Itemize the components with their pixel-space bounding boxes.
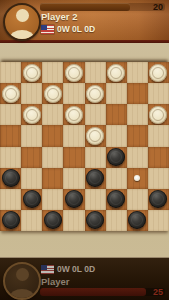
board-square[interactable] [21,83,42,104]
board-square[interactable] [63,168,84,189]
board-square[interactable] [42,83,63,104]
board-square[interactable] [63,125,84,146]
board-square[interactable] [148,83,169,104]
top-timer-value: 20 [153,2,163,12]
board-square[interactable] [85,210,106,231]
white-man[interactable] [23,106,41,124]
white-man[interactable] [44,85,62,103]
board-square[interactable] [85,104,106,125]
board-square[interactable] [148,189,169,210]
board-square[interactable] [85,147,106,168]
bottom-player-record: 0W 0L 0D [57,264,95,274]
top-player-stats: 0W 0L 0D [41,24,95,34]
flag-canton [41,265,47,270]
board-square[interactable] [85,189,106,210]
board-square[interactable] [85,62,106,83]
bottom-timer-bar: 25 [40,288,165,296]
black-man[interactable] [2,211,20,229]
flag-canton [41,25,47,30]
board-square[interactable] [127,210,148,231]
board-square[interactable] [85,83,106,104]
board-square[interactable] [106,83,127,104]
bottom-player-stats: 0W 0L 0D [41,264,95,274]
black-man[interactable] [86,169,104,187]
board-square[interactable] [106,189,127,210]
top-player-panel: 20 Player 2 0W 0L 0D [0,0,169,40]
board-square[interactable] [127,83,148,104]
black-man[interactable] [2,169,20,187]
board-square[interactable] [42,125,63,146]
white-man[interactable] [23,64,41,82]
board-square[interactable] [127,168,148,189]
board-square[interactable] [42,189,63,210]
checkers-board[interactable] [0,62,169,231]
white-man[interactable] [86,85,104,103]
top-timer-fill [40,3,130,11]
bottom-player-name: Player [41,276,70,287]
board-square[interactable] [106,125,127,146]
board-square[interactable] [85,125,106,146]
white-man[interactable] [149,106,167,124]
white-man[interactable] [65,106,83,124]
board-square[interactable] [148,104,169,125]
board-square[interactable] [106,62,127,83]
board-square[interactable] [63,147,84,168]
top-timer-bar: 20 [40,3,165,11]
bottom-timer-fill [40,288,146,296]
black-man[interactable] [128,211,146,229]
black-man[interactable] [23,190,41,208]
us-flag-icon [41,25,54,34]
bottom-player-panel: 0W 0L 0D Player 25 [0,257,169,300]
board-square[interactable] [21,62,42,83]
board-square[interactable] [0,189,21,210]
white-man[interactable] [107,64,125,82]
board-square[interactable] [0,62,21,83]
board-square[interactable] [148,125,169,146]
black-man[interactable] [107,190,125,208]
board-square[interactable] [63,210,84,231]
board-square[interactable] [106,104,127,125]
board-square[interactable] [127,147,148,168]
top-player-avatar[interactable] [3,3,41,41]
bottom-player-avatar[interactable] [3,262,41,300]
board-square[interactable] [42,147,63,168]
white-man[interactable] [149,64,167,82]
board-square[interactable] [42,104,63,125]
person-icon [10,30,34,41]
board-square[interactable] [106,147,127,168]
board-square[interactable] [42,62,63,83]
bottom-timer-value: 25 [153,287,163,297]
board-square[interactable] [148,210,169,231]
board-frame [0,43,169,257]
black-man[interactable] [65,190,83,208]
board-square[interactable] [21,147,42,168]
top-player-name: Player 2 [41,11,77,22]
black-man[interactable] [86,211,104,229]
board-square[interactable] [148,147,169,168]
game-screen: 20 Player 2 0W 0L 0D 0W 0L 0D Player 25 [0,0,169,300]
board-square[interactable] [148,168,169,189]
top-player-record: 0W 0L 0D [57,24,95,34]
board-square[interactable] [0,168,21,189]
board-square[interactable] [63,62,84,83]
board-square[interactable] [127,125,148,146]
board-square[interactable] [21,210,42,231]
black-man[interactable] [44,211,62,229]
board-square[interactable] [148,62,169,83]
person-icon [16,268,29,281]
person-icon [10,289,34,300]
person-icon [16,9,29,22]
board-square[interactable] [21,189,42,210]
black-man[interactable] [107,148,125,166]
board-square[interactable] [21,104,42,125]
board-square[interactable] [42,168,63,189]
board-square[interactable] [63,189,84,210]
board-square[interactable] [127,62,148,83]
board-square[interactable] [42,210,63,231]
board-square[interactable] [21,125,42,146]
board-square[interactable] [63,83,84,104]
board-square[interactable] [127,104,148,125]
board-square[interactable] [127,189,148,210]
board-square[interactable] [21,168,42,189]
white-man[interactable] [86,127,104,145]
white-man[interactable] [65,64,83,82]
board-square[interactable] [106,210,127,231]
board-square[interactable] [0,83,21,104]
black-man[interactable] [149,190,167,208]
move-hint-dot[interactable] [134,175,140,181]
board-square[interactable] [0,147,21,168]
board-square[interactable] [85,168,106,189]
board-square[interactable] [0,125,21,146]
white-man[interactable] [2,85,20,103]
us-flag-icon [41,265,54,274]
board-square[interactable] [0,104,21,125]
board-square[interactable] [0,210,21,231]
board-square[interactable] [106,168,127,189]
board-square[interactable] [63,104,84,125]
